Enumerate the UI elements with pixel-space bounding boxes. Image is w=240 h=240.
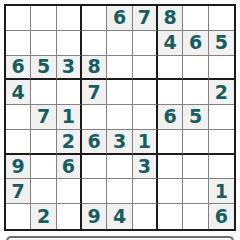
cell-r1c2[interactable] xyxy=(31,6,56,31)
cell-r5c7[interactable]: 6 xyxy=(158,105,183,130)
cell-r7c5[interactable] xyxy=(107,155,132,180)
cell-r5c3[interactable]: 1 xyxy=(57,105,82,130)
cell-r4c1[interactable]: 4 xyxy=(6,80,31,105)
cell-r9c1[interactable] xyxy=(6,204,31,229)
cell-r3c3[interactable]: 3 xyxy=(57,56,82,81)
cell-r3c7[interactable] xyxy=(158,56,183,81)
cell-r8c5[interactable] xyxy=(107,179,132,204)
cell-r6c2[interactable] xyxy=(31,130,56,155)
cell-r8c3[interactable] xyxy=(57,179,82,204)
cell-r8c6[interactable] xyxy=(133,179,158,204)
cell-r5c1[interactable] xyxy=(6,105,31,130)
cell-r9c2[interactable]: 2 xyxy=(31,204,56,229)
cell-r5c2[interactable]: 7 xyxy=(31,105,56,130)
cell-r9c6[interactable] xyxy=(133,204,158,229)
cell-r6c5[interactable]: 3 xyxy=(107,130,132,155)
cell-r1c9[interactable] xyxy=(209,6,234,31)
cell-r7c1[interactable]: 9 xyxy=(6,155,31,180)
cell-r5c5[interactable] xyxy=(107,105,132,130)
cell-r7c4[interactable] xyxy=(82,155,107,180)
cell-r4c8[interactable] xyxy=(183,80,208,105)
cell-r7c2[interactable] xyxy=(31,155,56,180)
cell-r3c1[interactable]: 6 xyxy=(6,56,31,81)
cell-r8c4[interactable] xyxy=(82,179,107,204)
cell-r1c6[interactable]: 7 xyxy=(133,6,158,31)
cell-r6c8[interactable] xyxy=(183,130,208,155)
cell-r2c5[interactable] xyxy=(107,31,132,56)
cell-r8c9[interactable]: 1 xyxy=(209,179,234,204)
cell-r6c6[interactable]: 1 xyxy=(133,130,158,155)
cell-r5c4[interactable] xyxy=(82,105,107,130)
cell-r2c9[interactable]: 5 xyxy=(209,31,234,56)
cell-r6c1[interactable] xyxy=(6,130,31,155)
cell-r8c8[interactable] xyxy=(183,179,208,204)
cell-r7c6[interactable]: 3 xyxy=(133,155,158,180)
cell-r7c9[interactable] xyxy=(209,155,234,180)
cell-r4c7[interactable] xyxy=(158,80,183,105)
cell-r2c2[interactable] xyxy=(31,31,56,56)
cell-r5c6[interactable] xyxy=(133,105,158,130)
cell-r5c9[interactable] xyxy=(209,105,234,130)
cell-r7c3[interactable]: 6 xyxy=(57,155,82,180)
cell-r8c1[interactable]: 7 xyxy=(6,179,31,204)
cell-r5c8[interactable]: 5 xyxy=(183,105,208,130)
cell-r2c1[interactable] xyxy=(6,31,31,56)
cell-r2c6[interactable] xyxy=(133,31,158,56)
cell-r9c7[interactable] xyxy=(158,204,183,229)
cell-r4c6[interactable] xyxy=(133,80,158,105)
cell-r3c2[interactable]: 5 xyxy=(31,56,56,81)
cell-r3c8[interactable] xyxy=(183,56,208,81)
cell-r6c7[interactable] xyxy=(158,130,183,155)
cell-r8c7[interactable] xyxy=(158,179,183,204)
cell-r7c8[interactable] xyxy=(183,155,208,180)
cell-r9c8[interactable] xyxy=(183,204,208,229)
cell-r9c3[interactable] xyxy=(57,204,82,229)
cell-r1c7[interactable]: 8 xyxy=(158,6,183,31)
below-board-element-cutoff xyxy=(6,236,234,240)
cell-r4c9[interactable]: 2 xyxy=(209,80,234,105)
sudoku-app: 678465653847271652631963712946 xyxy=(0,0,240,240)
cell-r4c2[interactable] xyxy=(31,80,56,105)
cell-r2c8[interactable]: 6 xyxy=(183,31,208,56)
cell-r1c1[interactable] xyxy=(6,6,31,31)
cell-r4c4[interactable]: 7 xyxy=(82,80,107,105)
cell-r3c4[interactable]: 8 xyxy=(82,56,107,81)
cell-r1c4[interactable] xyxy=(82,6,107,31)
cell-r6c4[interactable]: 6 xyxy=(82,130,107,155)
cell-r2c7[interactable]: 4 xyxy=(158,31,183,56)
cell-r2c3[interactable] xyxy=(57,31,82,56)
cell-r3c6[interactable] xyxy=(133,56,158,81)
cell-r4c5[interactable] xyxy=(107,80,132,105)
cell-r3c5[interactable] xyxy=(107,56,132,81)
cell-r3c9[interactable] xyxy=(209,56,234,81)
cell-r6c3[interactable]: 2 xyxy=(57,130,82,155)
cell-r9c5[interactable]: 4 xyxy=(107,204,132,229)
cell-r8c2[interactable] xyxy=(31,179,56,204)
sudoku-board: 678465653847271652631963712946 xyxy=(4,4,236,231)
cell-r7c7[interactable] xyxy=(158,155,183,180)
cell-r9c9[interactable]: 6 xyxy=(209,204,234,229)
cell-r2c4[interactable] xyxy=(82,31,107,56)
cell-r1c3[interactable] xyxy=(57,6,82,31)
cell-r1c8[interactable] xyxy=(183,6,208,31)
cell-r6c9[interactable] xyxy=(209,130,234,155)
cell-r4c3[interactable] xyxy=(57,80,82,105)
cell-r9c4[interactable]: 9 xyxy=(82,204,107,229)
cell-r1c5[interactable]: 6 xyxy=(107,6,132,31)
